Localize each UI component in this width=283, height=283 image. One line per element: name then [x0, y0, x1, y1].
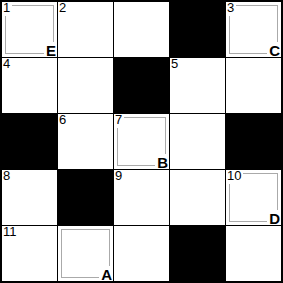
cell-r2c2[interactable]: 7B: [114, 114, 169, 169]
cell-r2c1[interactable]: 6: [58, 114, 113, 169]
clue-number: 6: [59, 114, 68, 128]
black-cell-r0c3: [170, 2, 225, 57]
black-cell-r2c0: [2, 114, 57, 169]
cell-r2c3[interactable]: [170, 114, 225, 169]
clue-number: 11: [3, 226, 19, 240]
clue-number: 5: [171, 58, 180, 72]
crossword-board: 1E23C4567B8910D11A: [0, 0, 283, 283]
cell-r1c1[interactable]: [58, 58, 113, 113]
cell-marker-letter: B: [155, 154, 168, 169]
clue-number: 8: [3, 170, 12, 184]
cell-r3c3[interactable]: [170, 170, 225, 225]
clue-number: 9: [115, 170, 124, 184]
cell-r4c2[interactable]: [114, 226, 169, 281]
clue-number: 2: [59, 2, 68, 16]
cell-r3c4[interactable]: 10D: [226, 170, 281, 225]
cell-marker-letter: A: [99, 266, 112, 281]
black-cell-r4c3: [170, 226, 225, 281]
cell-r0c1[interactable]: 2: [58, 2, 113, 57]
cell-r0c4[interactable]: 3C: [226, 2, 281, 57]
cell-r1c3[interactable]: 5: [170, 58, 225, 113]
cell-r4c0[interactable]: 11: [2, 226, 57, 281]
cell-r3c2[interactable]: 9: [114, 170, 169, 225]
cell-r1c4[interactable]: [226, 58, 281, 113]
cell-marker-letter: D: [267, 210, 280, 225]
black-cell-r3c1: [58, 170, 113, 225]
cell-r1c0[interactable]: 4: [2, 58, 57, 113]
clue-number: 10: [227, 170, 243, 184]
cell-r3c0[interactable]: 8: [2, 170, 57, 225]
cell-marker-letter: C: [267, 42, 280, 57]
clue-number: 3: [227, 2, 236, 16]
cell-r4c1[interactable]: A: [58, 226, 113, 281]
cell-r0c0[interactable]: 1E: [2, 2, 57, 57]
cell-r0c2[interactable]: [114, 2, 169, 57]
black-cell-r2c4: [226, 114, 281, 169]
clue-number: 4: [3, 58, 12, 72]
black-cell-r1c2: [114, 58, 169, 113]
clue-number: 1: [3, 2, 12, 16]
cell-marker-letter: E: [44, 42, 56, 57]
cell-r4c4[interactable]: [226, 226, 281, 281]
clue-number: 7: [115, 114, 124, 128]
